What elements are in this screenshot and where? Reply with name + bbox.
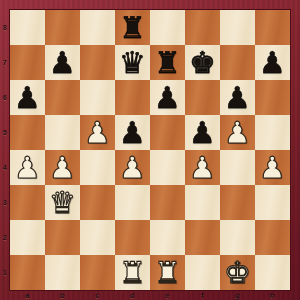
square-c4[interactable] bbox=[80, 150, 115, 185]
square-d5[interactable]: ♟ bbox=[115, 115, 150, 150]
file-label-h: h bbox=[255, 290, 290, 300]
square-h7[interactable]: ♟ bbox=[255, 45, 290, 80]
rank-label-6: 6 bbox=[0, 80, 10, 115]
rank-label-3: 3 bbox=[0, 185, 10, 220]
square-e5[interactable] bbox=[150, 115, 185, 150]
square-g5[interactable]: ♟ bbox=[220, 115, 255, 150]
square-g7[interactable] bbox=[220, 45, 255, 80]
file-label-a: a bbox=[10, 290, 45, 300]
piece-black-pawn[interactable]: ♟ bbox=[189, 115, 216, 150]
square-f3[interactable] bbox=[185, 185, 220, 220]
square-c3[interactable] bbox=[80, 185, 115, 220]
square-h3[interactable] bbox=[255, 185, 290, 220]
piece-black-pawn[interactable]: ♟ bbox=[49, 45, 76, 80]
square-f6[interactable] bbox=[185, 80, 220, 115]
square-b6[interactable] bbox=[45, 80, 80, 115]
piece-white-rook[interactable]: ♜ bbox=[119, 255, 146, 290]
file-label-f: f bbox=[185, 290, 220, 300]
square-e3[interactable] bbox=[150, 185, 185, 220]
rank-label-2: 2 bbox=[0, 220, 10, 255]
piece-white-queen[interactable]: ♛ bbox=[49, 185, 76, 220]
square-f1[interactable] bbox=[185, 255, 220, 290]
square-a1[interactable] bbox=[10, 255, 45, 290]
square-d8[interactable]: ♜ bbox=[115, 10, 150, 45]
piece-black-pawn[interactable]: ♟ bbox=[14, 80, 41, 115]
square-e2[interactable] bbox=[150, 220, 185, 255]
piece-white-pawn[interactable]: ♟ bbox=[119, 150, 146, 185]
piece-white-pawn[interactable]: ♟ bbox=[189, 150, 216, 185]
square-h1[interactable] bbox=[255, 255, 290, 290]
square-b7[interactable]: ♟ bbox=[45, 45, 80, 80]
square-c8[interactable] bbox=[80, 10, 115, 45]
chessboard-frame: 87654321 abcdefgh ♜♟♛♜♚♟♟♟♟♟♟♟♟♟♟♟♟♟♛♜♜♚ bbox=[0, 0, 300, 300]
square-e8[interactable] bbox=[150, 10, 185, 45]
square-f4[interactable]: ♟ bbox=[185, 150, 220, 185]
square-d4[interactable]: ♟ bbox=[115, 150, 150, 185]
rank-labels: 87654321 bbox=[0, 10, 10, 290]
square-a3[interactable] bbox=[10, 185, 45, 220]
file-label-c: c bbox=[80, 290, 115, 300]
square-e7[interactable]: ♜ bbox=[150, 45, 185, 80]
square-a6[interactable]: ♟ bbox=[10, 80, 45, 115]
piece-black-queen[interactable]: ♛ bbox=[119, 45, 146, 80]
square-f7[interactable]: ♚ bbox=[185, 45, 220, 80]
square-b3[interactable]: ♛ bbox=[45, 185, 80, 220]
piece-black-king[interactable]: ♚ bbox=[189, 45, 216, 80]
square-d6[interactable] bbox=[115, 80, 150, 115]
piece-white-rook[interactable]: ♜ bbox=[154, 255, 181, 290]
file-label-d: d bbox=[115, 290, 150, 300]
rank-label-8: 8 bbox=[0, 10, 10, 45]
piece-black-rook[interactable]: ♜ bbox=[119, 10, 146, 45]
square-e6[interactable]: ♟ bbox=[150, 80, 185, 115]
square-h6[interactable] bbox=[255, 80, 290, 115]
file-label-e: e bbox=[150, 290, 185, 300]
square-b1[interactable] bbox=[45, 255, 80, 290]
square-g1[interactable]: ♚ bbox=[220, 255, 255, 290]
rank-label-4: 4 bbox=[0, 150, 10, 185]
file-labels: abcdefgh bbox=[10, 290, 290, 300]
square-g8[interactable] bbox=[220, 10, 255, 45]
piece-black-pawn[interactable]: ♟ bbox=[119, 115, 146, 150]
square-d1[interactable]: ♜ bbox=[115, 255, 150, 290]
file-label-b: b bbox=[45, 290, 80, 300]
piece-black-pawn[interactable]: ♟ bbox=[224, 80, 251, 115]
square-h5[interactable] bbox=[255, 115, 290, 150]
square-a4[interactable]: ♟ bbox=[10, 150, 45, 185]
square-b4[interactable]: ♟ bbox=[45, 150, 80, 185]
piece-white-pawn[interactable]: ♟ bbox=[49, 150, 76, 185]
square-h8[interactable] bbox=[255, 10, 290, 45]
square-g3[interactable] bbox=[220, 185, 255, 220]
piece-white-pawn[interactable]: ♟ bbox=[14, 150, 41, 185]
rank-label-1: 1 bbox=[0, 255, 10, 290]
rank-label-5: 5 bbox=[0, 115, 10, 150]
piece-black-pawn[interactable]: ♟ bbox=[259, 45, 286, 80]
square-g4[interactable] bbox=[220, 150, 255, 185]
square-d3[interactable] bbox=[115, 185, 150, 220]
square-f5[interactable]: ♟ bbox=[185, 115, 220, 150]
piece-white-pawn[interactable]: ♟ bbox=[84, 115, 111, 150]
square-d7[interactable]: ♛ bbox=[115, 45, 150, 80]
square-a7[interactable] bbox=[10, 45, 45, 80]
square-c7[interactable] bbox=[80, 45, 115, 80]
square-a2[interactable] bbox=[10, 220, 45, 255]
piece-white-pawn[interactable]: ♟ bbox=[259, 150, 286, 185]
square-f2[interactable] bbox=[185, 220, 220, 255]
square-c5[interactable]: ♟ bbox=[80, 115, 115, 150]
square-d2[interactable] bbox=[115, 220, 150, 255]
piece-black-rook[interactable]: ♜ bbox=[154, 45, 181, 80]
square-h4[interactable]: ♟ bbox=[255, 150, 290, 185]
square-a8[interactable] bbox=[10, 10, 45, 45]
square-b8[interactable] bbox=[45, 10, 80, 45]
square-g2[interactable] bbox=[220, 220, 255, 255]
square-c2[interactable] bbox=[80, 220, 115, 255]
square-a5[interactable] bbox=[10, 115, 45, 150]
square-g6[interactable]: ♟ bbox=[220, 80, 255, 115]
piece-white-pawn[interactable]: ♟ bbox=[224, 115, 251, 150]
square-b2[interactable] bbox=[45, 220, 80, 255]
square-e1[interactable]: ♜ bbox=[150, 255, 185, 290]
square-f8[interactable] bbox=[185, 10, 220, 45]
piece-white-king[interactable]: ♚ bbox=[224, 255, 251, 290]
square-h2[interactable] bbox=[255, 220, 290, 255]
file-label-g: g bbox=[220, 290, 255, 300]
square-b5[interactable] bbox=[45, 115, 80, 150]
chessboard: ♜♟♛♜♚♟♟♟♟♟♟♟♟♟♟♟♟♟♛♜♜♚ bbox=[10, 10, 290, 290]
square-e4[interactable] bbox=[150, 150, 185, 185]
square-c6[interactable] bbox=[80, 80, 115, 115]
rank-label-7: 7 bbox=[0, 45, 10, 80]
square-c1[interactable] bbox=[80, 255, 115, 290]
piece-black-pawn[interactable]: ♟ bbox=[154, 80, 181, 115]
